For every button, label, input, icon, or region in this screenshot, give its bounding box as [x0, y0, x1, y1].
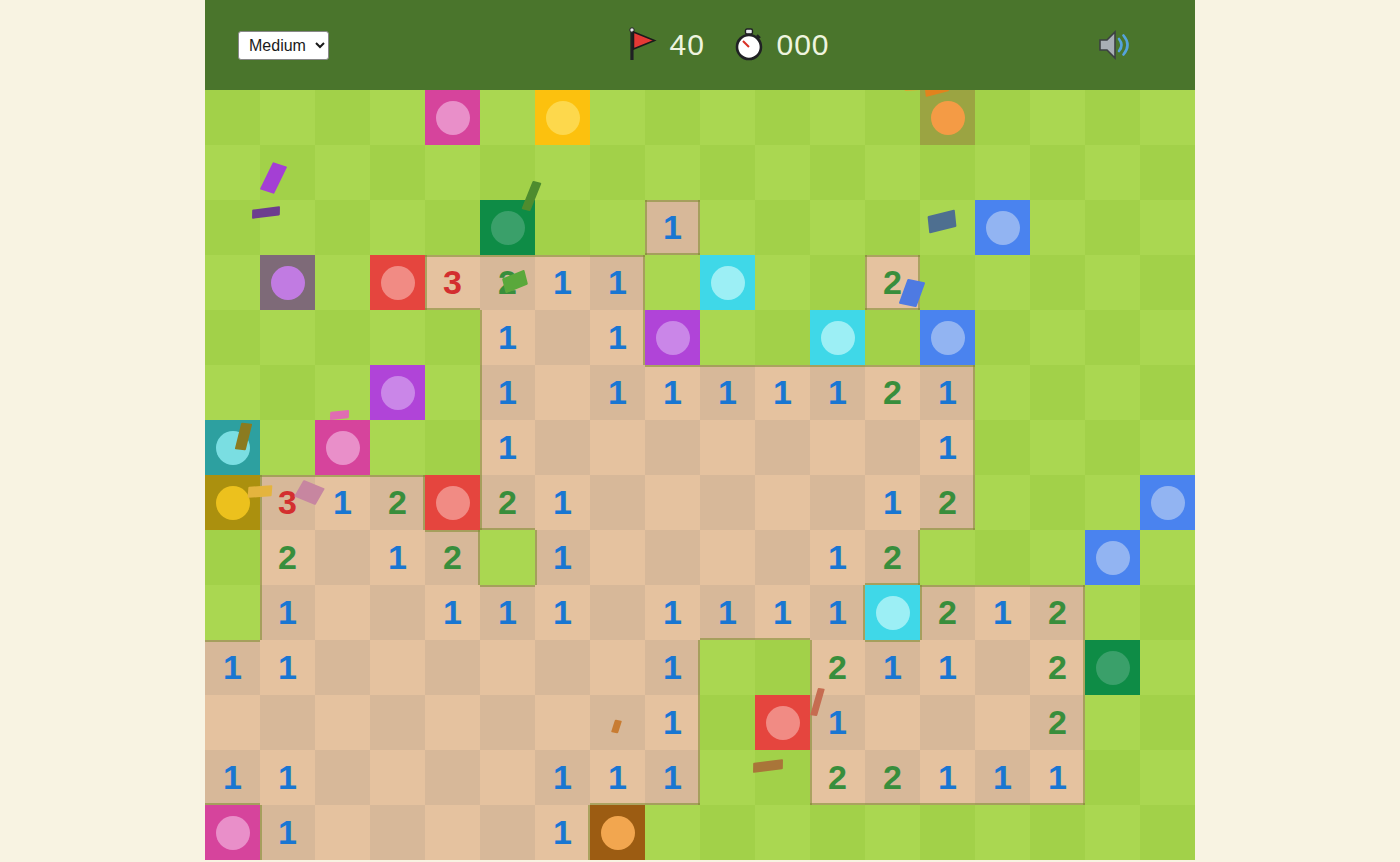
flag-icon [626, 27, 657, 63]
cell-8-0[interactable] [205, 530, 260, 585]
cell-0-11[interactable] [810, 90, 865, 145]
cell-10-8[interactable]: 1 [645, 640, 700, 695]
cell-8-1[interactable]: 2 [260, 530, 315, 585]
cell-0-0[interactable] [205, 90, 260, 145]
mine-count-number: 3 [443, 255, 462, 310]
mine-count-number: 1 [498, 420, 517, 475]
cell-6-8[interactable] [645, 420, 700, 475]
mine-count-number: 1 [553, 585, 572, 640]
cell-1-12[interactable] [865, 145, 920, 200]
flower-cyan-3-9[interactable] [700, 255, 755, 310]
cell-4-3[interactable] [370, 310, 425, 365]
cell-1-14[interactable] [975, 145, 1030, 200]
flower-pink-0-4[interactable] [425, 90, 480, 145]
flower-dot [601, 816, 635, 850]
cell-8-15[interactable] [1030, 530, 1085, 585]
cell-2-0[interactable] [205, 200, 260, 255]
mine-count-number: 1 [718, 585, 737, 640]
cell-0-17[interactable] [1140, 90, 1195, 145]
cell-5-5[interactable]: 1 [480, 365, 535, 420]
cell-7-9[interactable] [700, 475, 755, 530]
cell-6-10[interactable] [755, 420, 810, 475]
mine-count-number: 1 [828, 585, 847, 640]
flower-dot [1151, 486, 1185, 520]
cell-9-8[interactable]: 1 [645, 585, 700, 640]
cell-2-7[interactable] [590, 200, 645, 255]
cell-6-13[interactable]: 1 [920, 420, 975, 475]
cell-10-2[interactable] [315, 640, 370, 695]
cell-10-5[interactable] [480, 640, 535, 695]
flower-blue-7-17[interactable] [1140, 475, 1195, 530]
cell-13-9[interactable] [700, 805, 755, 860]
cell-1-5[interactable] [480, 145, 535, 200]
flower-dot [381, 376, 415, 410]
cell-12-15[interactable]: 1 [1030, 750, 1085, 805]
mine-count-number: 1 [278, 805, 297, 860]
cell-11-3[interactable] [370, 695, 425, 750]
cell-8-17[interactable] [1140, 530, 1195, 585]
difficulty-select[interactable]: Medium [238, 31, 329, 60]
cell-10-7[interactable] [590, 640, 645, 695]
cell-13-13[interactable] [920, 805, 975, 860]
cell-0-9[interactable] [700, 90, 755, 145]
cell-3-4[interactable]: 3 [425, 255, 480, 310]
mine-count-number: 1 [993, 750, 1012, 805]
cell-10-13[interactable]: 1 [920, 640, 975, 695]
cell-3-8[interactable] [645, 255, 700, 310]
cell-8-6[interactable]: 1 [535, 530, 590, 585]
mine-count-number: 1 [553, 805, 572, 860]
cell-5-13[interactable]: 1 [920, 365, 975, 420]
cell-7-13[interactable]: 2 [920, 475, 975, 530]
cell-13-12[interactable] [865, 805, 920, 860]
cell-12-16[interactable] [1085, 750, 1140, 805]
mine-count-number: 2 [938, 585, 957, 640]
flower-dark-green-10-16[interactable] [1085, 640, 1140, 695]
cell-3-14[interactable] [975, 255, 1030, 310]
cell-9-6[interactable]: 1 [535, 585, 590, 640]
cell-13-15[interactable] [1030, 805, 1085, 860]
mine-count-number: 2 [883, 530, 902, 585]
cell-13-16[interactable] [1085, 805, 1140, 860]
cell-3-10[interactable] [755, 255, 810, 310]
flower-dot [436, 101, 470, 135]
sound-toggle[interactable] [1097, 29, 1133, 61]
cell-6-16[interactable] [1085, 420, 1140, 475]
cell-2-11[interactable] [810, 200, 865, 255]
cell-2-12[interactable] [865, 200, 920, 255]
cell-10-0[interactable]: 1 [205, 640, 260, 695]
cell-11-6[interactable] [535, 695, 590, 750]
cell-6-14[interactable] [975, 420, 1030, 475]
cell-4-14[interactable] [975, 310, 1030, 365]
flower-purple-5-3[interactable] [370, 365, 425, 420]
mine-count-number: 1 [663, 640, 682, 695]
cell-13-11[interactable] [810, 805, 865, 860]
cell-13-1[interactable]: 1 [260, 805, 315, 860]
cell-2-17[interactable] [1140, 200, 1195, 255]
flower-olive-yellow-7-0[interactable] [205, 475, 260, 530]
mine-count-number: 1 [663, 365, 682, 420]
flower-dot [656, 321, 690, 355]
cell-5-4[interactable] [425, 365, 480, 420]
cell-1-4[interactable] [425, 145, 480, 200]
cell-10-15[interactable]: 2 [1030, 640, 1085, 695]
cell-7-16[interactable] [1085, 475, 1140, 530]
cell-2-4[interactable] [425, 200, 480, 255]
mine-count-number: 1 [883, 475, 902, 530]
mine-count-number: 1 [608, 310, 627, 365]
mine-count-number: 2 [278, 530, 297, 585]
cell-11-0[interactable] [205, 695, 260, 750]
cell-13-5[interactable] [480, 805, 535, 860]
cell-12-4[interactable] [425, 750, 480, 805]
cell-10-9[interactable] [700, 640, 755, 695]
cell-2-15[interactable] [1030, 200, 1085, 255]
game-header: Medium 40 000 [205, 0, 1195, 90]
cell-13-3[interactable] [370, 805, 425, 860]
cell-4-0[interactable] [205, 310, 260, 365]
mine-count-number: 1 [553, 750, 572, 805]
mine-count-number: 1 [608, 750, 627, 805]
mine-count-number: 1 [663, 200, 682, 255]
mine-count-number: 1 [553, 475, 572, 530]
cell-0-14[interactable] [975, 90, 1030, 145]
flower-dot [931, 321, 965, 355]
flower-blue-4-13[interactable] [920, 310, 975, 365]
flower-dot [876, 596, 910, 630]
cell-3-0[interactable] [205, 255, 260, 310]
cell-4-4[interactable] [425, 310, 480, 365]
cell-11-4[interactable] [425, 695, 480, 750]
cell-5-7[interactable]: 1 [590, 365, 645, 420]
cell-9-2[interactable] [315, 585, 370, 640]
cell-0-5[interactable] [480, 90, 535, 145]
mine-count-number: 2 [388, 475, 407, 530]
cell-11-1[interactable] [260, 695, 315, 750]
cell-1-6[interactable] [535, 145, 590, 200]
cell-9-5[interactable]: 1 [480, 585, 535, 640]
cell-5-16[interactable] [1085, 365, 1140, 420]
cell-10-11[interactable]: 2 [810, 640, 865, 695]
cell-7-14[interactable] [975, 475, 1030, 530]
cell-4-6[interactable] [535, 310, 590, 365]
cell-4-17[interactable] [1140, 310, 1195, 365]
mine-count-number: 1 [498, 365, 517, 420]
cell-7-15[interactable] [1030, 475, 1085, 530]
cell-1-7[interactable] [590, 145, 645, 200]
flower-dot [216, 816, 250, 850]
cell-11-9[interactable] [700, 695, 755, 750]
cell-11-15[interactable]: 2 [1030, 695, 1085, 750]
flower-red-7-4[interactable] [425, 475, 480, 530]
cell-1-10[interactable] [755, 145, 810, 200]
cell-7-11[interactable] [810, 475, 865, 530]
cell-6-17[interactable] [1140, 420, 1195, 475]
cell-5-1[interactable] [260, 365, 315, 420]
cell-1-13[interactable] [920, 145, 975, 200]
cell-9-11[interactable]: 1 [810, 585, 865, 640]
cell-10-10[interactable] [755, 640, 810, 695]
cell-5-14[interactable] [975, 365, 1030, 420]
cell-12-17[interactable] [1140, 750, 1195, 805]
cell-10-12[interactable]: 1 [865, 640, 920, 695]
cell-9-4[interactable]: 1 [425, 585, 480, 640]
cell-10-17[interactable] [1140, 640, 1195, 695]
flower-teal-6-0[interactable] [205, 420, 260, 475]
cell-12-13[interactable]: 1 [920, 750, 975, 805]
cell-13-10[interactable] [755, 805, 810, 860]
cell-4-9[interactable] [700, 310, 755, 365]
flower-pink-6-2[interactable] [315, 420, 370, 475]
cell-4-5[interactable]: 1 [480, 310, 535, 365]
cell-0-15[interactable] [1030, 90, 1085, 145]
cell-9-0[interactable] [205, 585, 260, 640]
cell-1-3[interactable] [370, 145, 425, 200]
cell-11-8[interactable]: 1 [645, 695, 700, 750]
mine-count-number: 1 [443, 585, 462, 640]
mine-count-number: 1 [718, 365, 737, 420]
cell-11-2[interactable] [315, 695, 370, 750]
mine-count-number: 1 [938, 365, 957, 420]
flower-dot [381, 266, 415, 300]
cell-12-9[interactable] [700, 750, 755, 805]
cell-7-12[interactable]: 1 [865, 475, 920, 530]
cell-13-14[interactable] [975, 805, 1030, 860]
cell-5-12[interactable]: 2 [865, 365, 920, 420]
cell-3-6[interactable]: 1 [535, 255, 590, 310]
cell-2-3[interactable] [370, 200, 425, 255]
cell-3-13[interactable] [920, 255, 975, 310]
cell-9-17[interactable] [1140, 585, 1195, 640]
cell-7-3[interactable]: 2 [370, 475, 425, 530]
cell-10-1[interactable]: 1 [260, 640, 315, 695]
cell-0-7[interactable] [590, 90, 645, 145]
cell-13-4[interactable] [425, 805, 480, 860]
cell-3-16[interactable] [1085, 255, 1140, 310]
cell-6-1[interactable] [260, 420, 315, 475]
cell-6-3[interactable] [370, 420, 425, 475]
cell-5-9[interactable]: 1 [700, 365, 755, 420]
flower-cyan-4-11[interactable] [810, 310, 865, 365]
flower-dot [326, 431, 360, 465]
mine-count-number: 2 [1048, 640, 1067, 695]
cell-1-11[interactable] [810, 145, 865, 200]
cell-2-8[interactable]: 1 [645, 200, 700, 255]
cell-6-9[interactable] [700, 420, 755, 475]
cell-10-4[interactable] [425, 640, 480, 695]
cell-12-6[interactable]: 1 [535, 750, 590, 805]
cell-9-1[interactable]: 1 [260, 585, 315, 640]
cell-2-6[interactable] [535, 200, 590, 255]
cell-0-2[interactable] [315, 90, 370, 145]
mine-count-number: 1 [1048, 750, 1067, 805]
cell-0-3[interactable] [370, 90, 425, 145]
cell-6-7[interactable] [590, 420, 645, 475]
cell-12-5[interactable] [480, 750, 535, 805]
cell-5-15[interactable] [1030, 365, 1085, 420]
cell-8-2[interactable] [315, 530, 370, 585]
cell-7-7[interactable] [590, 475, 645, 530]
mine-count-number: 1 [223, 640, 242, 695]
mine-count-number: 1 [773, 585, 792, 640]
cell-12-0[interactable]: 1 [205, 750, 260, 805]
cell-3-2[interactable] [315, 255, 370, 310]
cell-6-6[interactable] [535, 420, 590, 475]
cell-3-7[interactable]: 1 [590, 255, 645, 310]
cell-6-4[interactable] [425, 420, 480, 475]
cell-8-9[interactable] [700, 530, 755, 585]
cell-2-16[interactable] [1085, 200, 1140, 255]
cell-6-5[interactable]: 1 [480, 420, 535, 475]
cell-0-10[interactable] [755, 90, 810, 145]
cell-12-1[interactable]: 1 [260, 750, 315, 805]
cell-5-0[interactable] [205, 365, 260, 420]
cell-9-7[interactable] [590, 585, 645, 640]
mine-count-number: 2 [883, 750, 902, 805]
board: 1321121111111121113122112212112111111112… [205, 90, 1195, 860]
cell-10-3[interactable] [370, 640, 425, 695]
flower-gray-purple-3-1[interactable] [260, 255, 315, 310]
cell-11-13[interactable] [920, 695, 975, 750]
cell-4-16[interactable] [1085, 310, 1140, 365]
cell-8-13[interactable] [920, 530, 975, 585]
cell-13-2[interactable] [315, 805, 370, 860]
cell-4-1[interactable] [260, 310, 315, 365]
cell-0-16[interactable] [1085, 90, 1140, 145]
cell-8-5[interactable] [480, 530, 535, 585]
cell-7-2[interactable]: 1 [315, 475, 370, 530]
cell-4-15[interactable] [1030, 310, 1085, 365]
cell-10-6[interactable] [535, 640, 590, 695]
cell-12-7[interactable]: 1 [590, 750, 645, 805]
cell-11-17[interactable] [1140, 695, 1195, 750]
mine-count-number: 2 [828, 750, 847, 805]
flower-purple-4-8[interactable] [645, 310, 700, 365]
mine-count-number: 2 [443, 530, 462, 585]
cell-8-10[interactable] [755, 530, 810, 585]
cell-8-4[interactable]: 2 [425, 530, 480, 585]
cell-8-8[interactable] [645, 530, 700, 585]
cell-2-10[interactable] [755, 200, 810, 255]
flower-cyan-9-12[interactable] [865, 585, 920, 640]
cell-12-3[interactable] [370, 750, 425, 805]
cell-11-12[interactable] [865, 695, 920, 750]
cell-4-7[interactable]: 1 [590, 310, 645, 365]
mine-count-number: 2 [828, 640, 847, 695]
cell-3-15[interactable] [1030, 255, 1085, 310]
cell-5-6[interactable] [535, 365, 590, 420]
cell-0-1[interactable] [260, 90, 315, 145]
flower-blue-8-16[interactable] [1085, 530, 1140, 585]
flower-red-11-10[interactable] [755, 695, 810, 750]
flower-olive-orange-0-13[interactable] [920, 90, 975, 145]
cell-8-12[interactable]: 2 [865, 530, 920, 585]
cell-3-17[interactable] [1140, 255, 1195, 310]
cell-9-16[interactable] [1085, 585, 1140, 640]
confetti-piece [248, 485, 273, 498]
cell-9-15[interactable]: 2 [1030, 585, 1085, 640]
cell-7-10[interactable] [755, 475, 810, 530]
mine-count-number: 1 [828, 365, 847, 420]
sound-icon [1097, 29, 1133, 61]
flower-dot [436, 486, 470, 520]
cell-2-9[interactable] [700, 200, 755, 255]
cell-11-14[interactable] [975, 695, 1030, 750]
cell-7-6[interactable]: 1 [535, 475, 590, 530]
cell-5-8[interactable]: 1 [645, 365, 700, 420]
cell-12-8[interactable]: 1 [645, 750, 700, 805]
cell-1-15[interactable] [1030, 145, 1085, 200]
cell-12-12[interactable]: 2 [865, 750, 920, 805]
cell-9-14[interactable]: 1 [975, 585, 1030, 640]
cell-1-9[interactable] [700, 145, 755, 200]
cell-2-2[interactable] [315, 200, 370, 255]
flower-blue-2-14[interactable] [975, 200, 1030, 255]
cell-6-12[interactable] [865, 420, 920, 475]
cell-1-17[interactable] [1140, 145, 1195, 200]
cell-9-13[interactable]: 2 [920, 585, 975, 640]
cell-9-10[interactable]: 1 [755, 585, 810, 640]
mine-count-number: 1 [663, 585, 682, 640]
cell-11-16[interactable] [1085, 695, 1140, 750]
mine-count-number: 2 [1048, 695, 1067, 750]
cell-12-11[interactable]: 2 [810, 750, 865, 805]
mine-count-number: 2 [498, 475, 517, 530]
cell-6-15[interactable] [1030, 420, 1085, 475]
cell-9-3[interactable] [370, 585, 425, 640]
cell-12-14[interactable]: 1 [975, 750, 1030, 805]
cell-4-2[interactable] [315, 310, 370, 365]
cell-10-14[interactable] [975, 640, 1030, 695]
cell-1-16[interactable] [1085, 145, 1140, 200]
flower-red-3-3[interactable] [370, 255, 425, 310]
cell-13-8[interactable] [645, 805, 700, 860]
flower-dot [546, 101, 580, 135]
cell-11-5[interactable] [480, 695, 535, 750]
cell-5-11[interactable]: 1 [810, 365, 865, 420]
cell-9-9[interactable]: 1 [700, 585, 755, 640]
flower-brown-13-7[interactable] [590, 805, 645, 860]
cell-4-10[interactable] [755, 310, 810, 365]
cell-7-8[interactable] [645, 475, 700, 530]
cell-0-12[interactable] [865, 90, 920, 145]
cell-4-12[interactable] [865, 310, 920, 365]
hud: 40 000 [626, 0, 829, 90]
mine-count-number: 2 [938, 475, 957, 530]
cell-3-11[interactable] [810, 255, 865, 310]
cell-8-7[interactable] [590, 530, 645, 585]
cell-8-14[interactable] [975, 530, 1030, 585]
timer-value: 000 [776, 28, 829, 62]
cell-1-0[interactable] [205, 145, 260, 200]
cell-7-5[interactable]: 2 [480, 475, 535, 530]
cell-6-11[interactable] [810, 420, 865, 475]
cell-1-8[interactable] [645, 145, 700, 200]
flower-yellow-0-6[interactable] [535, 90, 590, 145]
cell-13-17[interactable] [1140, 805, 1195, 860]
cell-5-17[interactable] [1140, 365, 1195, 420]
mine-count-number: 1 [388, 530, 407, 585]
flower-pink-13-0[interactable] [205, 805, 260, 860]
cell-8-3[interactable]: 1 [370, 530, 425, 585]
cell-1-2[interactable] [315, 145, 370, 200]
cell-8-11[interactable]: 1 [810, 530, 865, 585]
cell-13-6[interactable]: 1 [535, 805, 590, 860]
cell-12-2[interactable] [315, 750, 370, 805]
cell-0-8[interactable] [645, 90, 700, 145]
cell-5-10[interactable]: 1 [755, 365, 810, 420]
